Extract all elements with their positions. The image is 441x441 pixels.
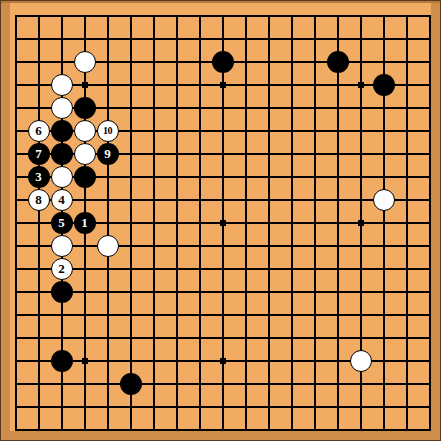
- black-stone[interactable]: [51, 120, 73, 142]
- star-point: [220, 220, 226, 226]
- white-stone-move-10[interactable]: 10: [97, 120, 119, 142]
- white-stone[interactable]: [74, 51, 96, 73]
- star-point: [358, 220, 364, 226]
- move-number-label: 1: [81, 216, 88, 229]
- black-stone[interactable]: [51, 143, 73, 165]
- move-number-label: 9: [104, 147, 111, 160]
- star-point: [220, 82, 226, 88]
- white-stone[interactable]: [373, 189, 395, 211]
- star-point: [82, 82, 88, 88]
- move-number-label: 2: [58, 262, 65, 275]
- move-number-label: 8: [35, 193, 42, 206]
- move-number-label: 7: [35, 147, 42, 160]
- white-stone[interactable]: [350, 350, 372, 372]
- move-number-label: 5: [58, 216, 65, 229]
- move-number-label: 4: [58, 193, 65, 206]
- star-point: [358, 82, 364, 88]
- white-stone[interactable]: [51, 235, 73, 257]
- go-board: 61079384512: [0, 0, 441, 441]
- white-stone[interactable]: [51, 74, 73, 96]
- white-stone-move-8[interactable]: 8: [28, 189, 50, 211]
- black-stone[interactable]: [212, 51, 234, 73]
- black-stone-move-5[interactable]: 5: [51, 212, 73, 234]
- white-stone-move-2[interactable]: 2: [51, 258, 73, 280]
- move-number-label: 10: [103, 126, 112, 136]
- white-stone[interactable]: [97, 235, 119, 257]
- black-stone[interactable]: [74, 97, 96, 119]
- white-stone[interactable]: [74, 143, 96, 165]
- black-stone[interactable]: [51, 281, 73, 303]
- white-stone[interactable]: [51, 97, 73, 119]
- black-stone-move-9[interactable]: 9: [97, 143, 119, 165]
- white-stone[interactable]: [51, 166, 73, 188]
- black-stone-move-7[interactable]: 7: [28, 143, 50, 165]
- black-stone[interactable]: [51, 350, 73, 372]
- white-stone-move-4[interactable]: 4: [51, 189, 73, 211]
- black-stone[interactable]: [120, 373, 142, 395]
- star-point: [82, 358, 88, 364]
- black-stone-move-3[interactable]: 3: [28, 166, 50, 188]
- black-stone-move-1[interactable]: 1: [74, 212, 96, 234]
- black-stone[interactable]: [327, 51, 349, 73]
- white-stone[interactable]: [74, 120, 96, 142]
- star-point: [220, 358, 226, 364]
- move-number-label: 6: [35, 124, 42, 137]
- move-number-label: 3: [35, 170, 42, 183]
- board-grid[interactable]: 61079384512: [4, 4, 441, 441]
- black-stone[interactable]: [74, 166, 96, 188]
- white-stone-move-6[interactable]: 6: [28, 120, 50, 142]
- black-stone[interactable]: [373, 74, 395, 96]
